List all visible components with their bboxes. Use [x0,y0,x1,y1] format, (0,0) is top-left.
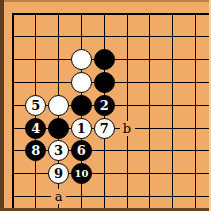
black-stone-move-2: 2 [94,95,115,116]
grid-vline [195,13,196,209]
go-diagram: 52417836910ab [0,0,211,211]
move-number: 2 [100,99,109,112]
grid-hline [12,36,210,37]
move-number: 10 [74,169,88,179]
move-number: 7 [100,122,109,135]
black-stone-move-6: 6 [71,140,92,161]
frame-edge-bottom [0,208,211,211]
move-number: 5 [31,99,40,112]
frame-edge-right [209,0,211,211]
go-board: 52417836910ab [0,0,211,211]
move-number: 4 [31,122,40,135]
move-number: 1 [77,122,86,135]
black-stone-move-10: 10 [71,163,92,184]
point-label-b: b [120,121,135,136]
move-number: 9 [54,167,63,180]
white-stone-move-7: 7 [94,118,115,139]
white-stone [71,49,92,70]
white-stone-move-1: 1 [71,118,92,139]
black-stone [48,118,69,139]
white-stone-move-9: 9 [48,163,69,184]
white-stone-move-3: 3 [48,140,69,161]
move-number: 6 [77,144,86,157]
move-number: 3 [54,144,63,157]
grid-hline [12,173,210,174]
grid-vline [12,13,14,209]
frame-edge-top [0,0,211,2]
black-stone [71,95,92,116]
black-stone-move-8: 8 [25,140,46,161]
move-number: 8 [31,144,40,157]
point-label-a: a [51,189,66,204]
grid-hline [12,13,210,15]
black-stone [94,72,115,93]
grid-vline [149,13,150,209]
white-stone-move-5: 5 [25,95,46,116]
black-stone [94,49,115,70]
white-stone [48,95,69,116]
grid-hline [12,196,210,197]
white-stone [71,72,92,93]
frame-edge-left [0,0,4,211]
black-stone-move-4: 4 [25,118,46,139]
grid-vline [127,13,128,209]
grid-vline [172,13,173,209]
